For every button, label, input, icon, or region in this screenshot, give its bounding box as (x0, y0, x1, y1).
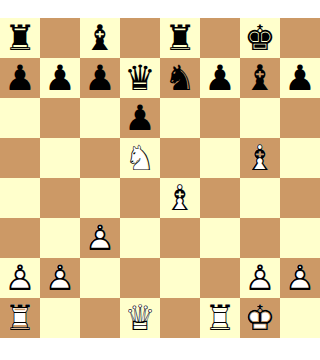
square-d6[interactable]: ♟ (120, 98, 160, 138)
square-f2[interactable] (200, 258, 240, 298)
black-pawn-piece: ♟ (0, 58, 40, 98)
square-h5[interactable] (280, 138, 320, 178)
square-e8[interactable]: ♜ (160, 18, 200, 58)
piece-outline: ♟ (40, 58, 80, 98)
piece-outline: ♖ (0, 298, 40, 338)
square-h2[interactable]: ♟♙ (280, 258, 320, 298)
square-h6[interactable] (280, 98, 320, 138)
square-f7[interactable]: ♟ (200, 58, 240, 98)
black-king-piece: ♚ (240, 18, 280, 58)
square-g6[interactable] (240, 98, 280, 138)
black-pawn-piece: ♟ (200, 58, 240, 98)
square-b5[interactable] (40, 138, 80, 178)
piece-outline: ♙ (240, 258, 280, 298)
square-f4[interactable] (200, 178, 240, 218)
square-c3[interactable]: ♟♙ (80, 218, 120, 258)
square-h3[interactable] (280, 218, 320, 258)
square-b6[interactable] (40, 98, 80, 138)
square-d1[interactable]: ♛♕ (120, 298, 160, 338)
square-b8[interactable] (40, 18, 80, 58)
square-c7[interactable]: ♟ (80, 58, 120, 98)
square-a1[interactable]: ♜♖ (0, 298, 40, 338)
square-b4[interactable] (40, 178, 80, 218)
piece-outline: ♕ (120, 298, 160, 338)
piece-outline: ♟ (0, 58, 40, 98)
black-pawn-piece: ♟ (80, 58, 120, 98)
square-e7[interactable]: ♞ (160, 58, 200, 98)
square-a6[interactable] (0, 98, 40, 138)
white-pawn-piece: ♟♙ (40, 258, 80, 298)
black-rook-piece: ♜ (0, 18, 40, 58)
square-b1[interactable] (40, 298, 80, 338)
square-a3[interactable] (0, 218, 40, 258)
square-f3[interactable] (200, 218, 240, 258)
black-bishop-piece: ♝ (240, 58, 280, 98)
square-d3[interactable] (120, 218, 160, 258)
piece-outline: ♙ (0, 258, 40, 298)
square-h7[interactable]: ♟ (280, 58, 320, 98)
black-queen-piece: ♛ (120, 58, 160, 98)
square-a4[interactable] (0, 178, 40, 218)
piece-outline: ♝ (80, 18, 120, 58)
white-pawn-piece: ♟♙ (280, 258, 320, 298)
square-b7[interactable]: ♟ (40, 58, 80, 98)
square-h4[interactable] (280, 178, 320, 218)
square-d2[interactable] (120, 258, 160, 298)
square-g7[interactable]: ♝ (240, 58, 280, 98)
square-f1[interactable]: ♜♖ (200, 298, 240, 338)
piece-outline: ♛ (120, 58, 160, 98)
white-bishop-piece: ♝♗ (240, 138, 280, 178)
piece-outline: ♔ (240, 298, 280, 338)
square-e2[interactable] (160, 258, 200, 298)
square-c2[interactable] (80, 258, 120, 298)
square-h1[interactable] (280, 298, 320, 338)
piece-outline: ♗ (240, 138, 280, 178)
white-knight-piece: ♞♘ (120, 138, 160, 178)
white-pawn-piece: ♟♙ (0, 258, 40, 298)
square-b2[interactable]: ♟♙ (40, 258, 80, 298)
square-g4[interactable] (240, 178, 280, 218)
black-rook-piece: ♜ (160, 18, 200, 58)
white-king-piece: ♚♔ (240, 298, 280, 338)
piece-outline: ♗ (160, 178, 200, 218)
square-e1[interactable] (160, 298, 200, 338)
square-b3[interactable] (40, 218, 80, 258)
status-bar: 1. ? (0, 338, 320, 360)
square-a5[interactable] (0, 138, 40, 178)
square-c1[interactable] (80, 298, 120, 338)
white-rook-piece: ♜♖ (200, 298, 240, 338)
black-pawn-piece: ♟ (120, 98, 160, 138)
piece-outline: ♙ (280, 258, 320, 298)
piece-outline: ♜ (0, 18, 40, 58)
piece-outline: ♟ (200, 58, 240, 98)
square-g2[interactable]: ♟♙ (240, 258, 280, 298)
square-c8[interactable]: ♝ (80, 18, 120, 58)
square-c6[interactable] (80, 98, 120, 138)
white-bishop-piece: ♝♗ (160, 178, 200, 218)
square-c5[interactable] (80, 138, 120, 178)
piece-outline: ♖ (200, 298, 240, 338)
white-rook-piece: ♜♖ (0, 298, 40, 338)
black-bishop-piece: ♝ (80, 18, 120, 58)
square-e3[interactable] (160, 218, 200, 258)
square-h8[interactable] (280, 18, 320, 58)
square-e4[interactable]: ♝♗ (160, 178, 200, 218)
square-f5[interactable] (200, 138, 240, 178)
black-pawn-piece: ♟ (280, 58, 320, 98)
square-e5[interactable] (160, 138, 200, 178)
square-d7[interactable]: ♛ (120, 58, 160, 98)
piece-outline: ♝ (240, 58, 280, 98)
title-bar: WCSAC.0911 (0, 0, 320, 18)
piece-outline: ♟ (80, 58, 120, 98)
white-queen-piece: ♛♕ (120, 298, 160, 338)
piece-outline: ♘ (120, 138, 160, 178)
piece-outline: ♞ (160, 58, 200, 98)
black-knight-piece: ♞ (160, 58, 200, 98)
piece-outline: ♜ (160, 18, 200, 58)
black-pawn-piece: ♟ (40, 58, 80, 98)
square-e6[interactable] (160, 98, 200, 138)
square-g8[interactable]: ♚ (240, 18, 280, 58)
square-f6[interactable] (200, 98, 240, 138)
square-d4[interactable] (120, 178, 160, 218)
square-d5[interactable]: ♞♘ (120, 138, 160, 178)
square-a8[interactable]: ♜ (0, 18, 40, 58)
square-a7[interactable]: ♟ (0, 58, 40, 98)
piece-outline: ♟ (120, 98, 160, 138)
square-f8[interactable] (200, 18, 240, 58)
white-pawn-piece: ♟♙ (80, 218, 120, 258)
square-a2[interactable]: ♟♙ (0, 258, 40, 298)
piece-outline: ♚ (240, 18, 280, 58)
chess-board: ♜♝♜♚♟♟♟♛♞♟♝♟♟♞♘♝♗♝♗♟♙♟♙♟♙♟♙♟♙♜♖♛♕♜♖♚♔ (0, 18, 320, 338)
square-g3[interactable] (240, 218, 280, 258)
white-pawn-piece: ♟♙ (240, 258, 280, 298)
piece-outline: ♙ (40, 258, 80, 298)
piece-outline: ♟ (280, 58, 320, 98)
square-c4[interactable] (80, 178, 120, 218)
square-g5[interactable]: ♝♗ (240, 138, 280, 178)
piece-outline: ♙ (80, 218, 120, 258)
square-g1[interactable]: ♚♔ (240, 298, 280, 338)
square-d8[interactable] (120, 18, 160, 58)
